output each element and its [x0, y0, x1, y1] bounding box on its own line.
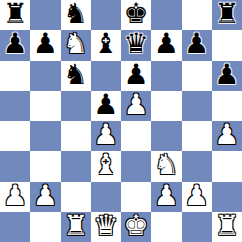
white-pawn-icon[interactable]: ♟ [93, 121, 118, 149]
square-d1[interactable]: ♛ [91, 212, 121, 242]
black-pawn-icon[interactable]: ♟ [154, 30, 179, 58]
square-d3[interactable]: ♝ [91, 151, 121, 181]
square-f4[interactable] [151, 121, 181, 151]
white-rook-icon[interactable]: ♜ [214, 212, 239, 240]
square-c4[interactable] [61, 121, 91, 151]
black-rook-icon[interactable]: ♜ [214, 0, 239, 28]
square-g8[interactable] [182, 0, 212, 30]
square-a7[interactable]: ♟ [0, 30, 30, 60]
square-h7[interactable] [212, 30, 242, 60]
square-c3[interactable] [61, 151, 91, 181]
square-e4[interactable] [121, 121, 151, 151]
black-pawn-icon[interactable]: ♟ [214, 61, 239, 89]
square-e2[interactable] [121, 182, 151, 212]
square-d6[interactable] [91, 61, 121, 91]
square-d8[interactable] [91, 0, 121, 30]
white-pawn-icon[interactable]: ♟ [184, 182, 209, 210]
square-c2[interactable] [61, 182, 91, 212]
black-pawn-icon[interactable]: ♟ [124, 61, 149, 89]
square-c5[interactable] [61, 91, 91, 121]
square-g2[interactable]: ♟ [182, 182, 212, 212]
square-d4[interactable]: ♟ [91, 121, 121, 151]
square-b1[interactable] [30, 212, 60, 242]
square-d7[interactable]: ♝ [91, 30, 121, 60]
square-a6[interactable] [0, 61, 30, 91]
black-rook-icon[interactable]: ♜ [3, 0, 28, 28]
square-g6[interactable] [182, 61, 212, 91]
square-f2[interactable]: ♟ [151, 182, 181, 212]
black-king-icon[interactable]: ♚ [124, 0, 149, 28]
square-f7[interactable]: ♟ [151, 30, 181, 60]
square-f8[interactable] [151, 0, 181, 30]
square-a2[interactable]: ♟ [0, 182, 30, 212]
square-b6[interactable] [30, 61, 60, 91]
square-g5[interactable] [182, 91, 212, 121]
square-c8[interactable]: ♞ [61, 0, 91, 30]
white-pawn-icon[interactable]: ♟ [124, 91, 149, 119]
square-e6[interactable]: ♟ [121, 61, 151, 91]
square-b7[interactable]: ♟ [30, 30, 60, 60]
square-h4[interactable]: ♟ [212, 121, 242, 151]
square-a8[interactable]: ♜ [0, 0, 30, 30]
square-h6[interactable]: ♟ [212, 61, 242, 91]
square-a5[interactable] [0, 91, 30, 121]
square-c7[interactable]: ♞ [61, 30, 91, 60]
white-knight-icon[interactable]: ♞ [63, 30, 88, 58]
square-b2[interactable]: ♟ [30, 182, 60, 212]
square-c1[interactable]: ♜ [61, 212, 91, 242]
square-e5[interactable]: ♟ [121, 91, 151, 121]
square-f6[interactable] [151, 61, 181, 91]
square-b3[interactable] [30, 151, 60, 181]
square-h8[interactable]: ♜ [212, 0, 242, 30]
white-pawn-icon[interactable]: ♟ [154, 182, 179, 210]
white-knight-icon[interactable]: ♞ [154, 151, 179, 179]
black-pawn-icon[interactable]: ♟ [33, 30, 58, 58]
square-g3[interactable] [182, 151, 212, 181]
black-pawn-icon[interactable]: ♟ [3, 30, 28, 58]
square-c6[interactable]: ♞ [61, 61, 91, 91]
square-b8[interactable] [30, 0, 60, 30]
white-bishop-icon[interactable]: ♝ [93, 151, 118, 179]
square-d2[interactable] [91, 182, 121, 212]
white-pawn-icon[interactable]: ♟ [214, 121, 239, 149]
square-f5[interactable] [151, 91, 181, 121]
square-d5[interactable]: ♟ [91, 91, 121, 121]
square-g4[interactable] [182, 121, 212, 151]
square-b4[interactable] [30, 121, 60, 151]
square-f1[interactable] [151, 212, 181, 242]
white-pawn-icon[interactable]: ♟ [3, 182, 28, 210]
square-e3[interactable] [121, 151, 151, 181]
square-a1[interactable] [0, 212, 30, 242]
white-king-icon[interactable]: ♚ [124, 212, 149, 240]
black-queen-icon[interactable]: ♛ [124, 30, 149, 58]
square-b5[interactable] [30, 91, 60, 121]
white-rook-icon[interactable]: ♜ [63, 212, 88, 240]
square-f3[interactable]: ♞ [151, 151, 181, 181]
square-h3[interactable] [212, 151, 242, 181]
black-pawn-icon[interactable]: ♟ [184, 30, 209, 58]
square-e1[interactable]: ♚ [121, 212, 151, 242]
square-h2[interactable] [212, 182, 242, 212]
square-h5[interactable] [212, 91, 242, 121]
square-g7[interactable]: ♟ [182, 30, 212, 60]
black-pawn-icon[interactable]: ♟ [93, 91, 118, 119]
square-a4[interactable] [0, 121, 30, 151]
square-h1[interactable]: ♜ [212, 212, 242, 242]
square-e7[interactable]: ♛ [121, 30, 151, 60]
white-queen-icon[interactable]: ♛ [93, 212, 118, 240]
black-bishop-icon[interactable]: ♝ [93, 30, 118, 58]
chess-board: ♜♞♚♜♟♟♞♝♛♟♟♞♟♟♟♟♟♟♝♞♟♟♟♟♜♛♚♜ [0, 0, 242, 242]
black-knight-icon[interactable]: ♞ [63, 61, 88, 89]
square-g1[interactable] [182, 212, 212, 242]
black-knight-icon[interactable]: ♞ [63, 0, 88, 28]
white-pawn-icon[interactable]: ♟ [33, 182, 58, 210]
square-e8[interactable]: ♚ [121, 0, 151, 30]
square-a3[interactable] [0, 151, 30, 181]
